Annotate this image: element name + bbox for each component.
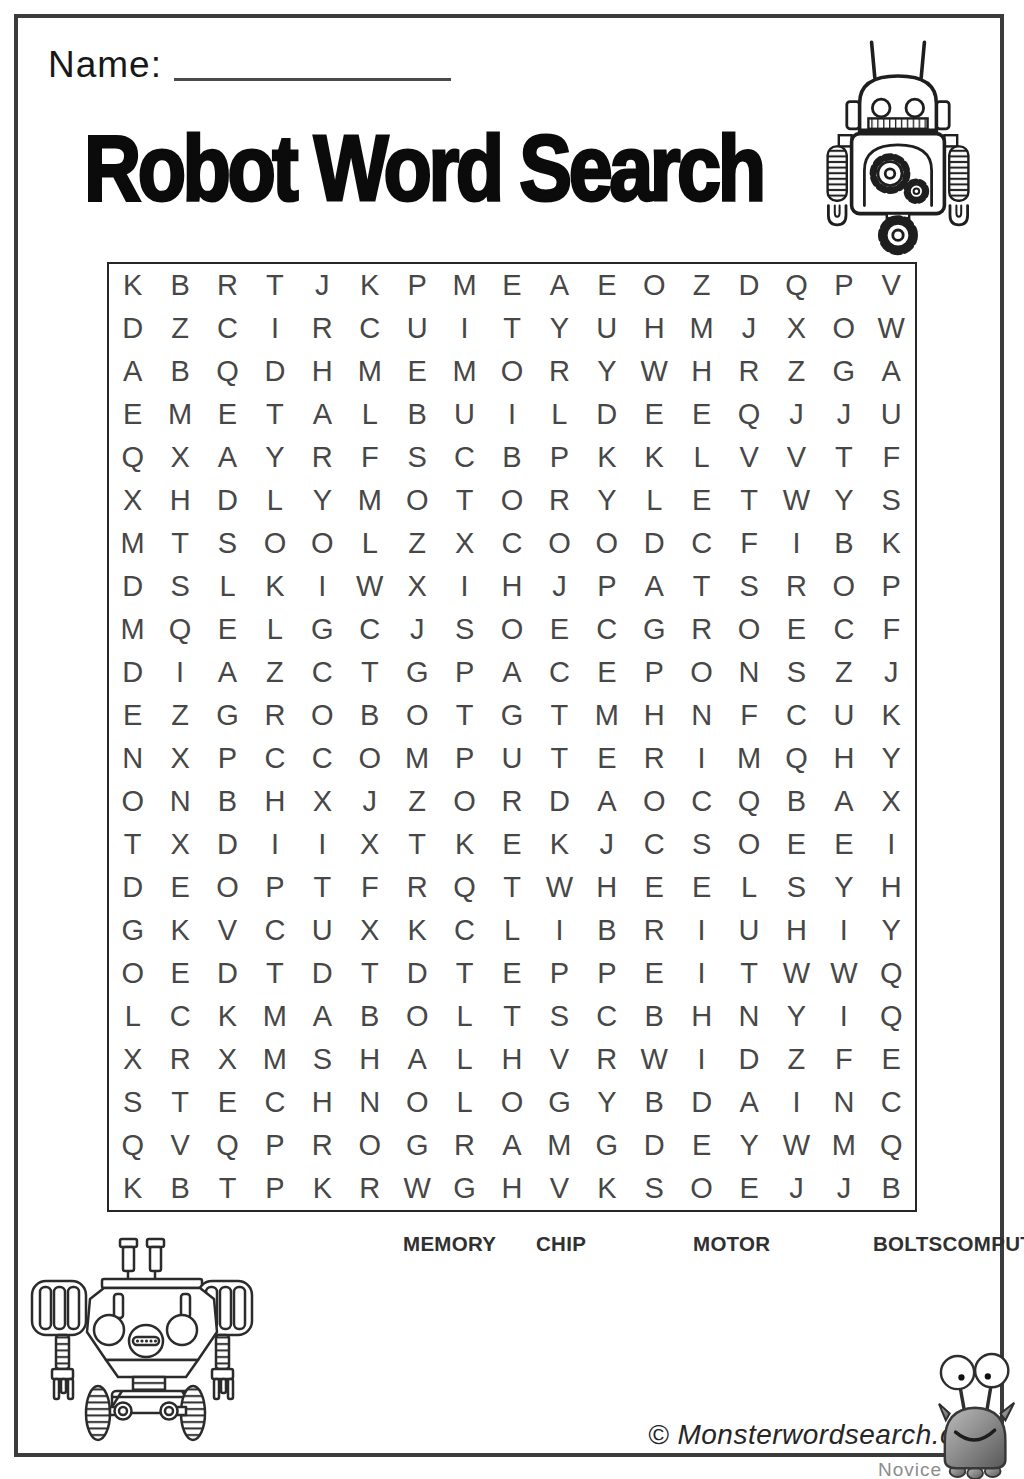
grid-cell-r17c11[interactable]: P — [583, 952, 630, 995]
grid-cell-r16c1[interactable]: G — [109, 909, 156, 952]
grid-cell-r19c10[interactable]: V — [536, 1038, 583, 1081]
grid-cell-r9c2[interactable]: Q — [156, 608, 203, 651]
grid-cell-r4c9[interactable]: I — [488, 393, 535, 436]
grid-cell-r7c5[interactable]: O — [299, 522, 346, 565]
grid-cell-r13c11[interactable]: A — [583, 780, 630, 823]
grid-cell-r8c15[interactable]: R — [773, 565, 820, 608]
grid-cell-r22c9[interactable]: H — [488, 1167, 535, 1210]
grid-cell-r15c12[interactable]: E — [631, 866, 678, 909]
grid-cell-r3c13[interactable]: H — [678, 350, 725, 393]
grid-cell-r16c17[interactable]: Y — [868, 909, 915, 952]
grid-cell-r22c12[interactable]: S — [631, 1167, 678, 1210]
grid-cell-r21c16[interactable]: M — [820, 1124, 867, 1167]
grid-cell-r17c16[interactable]: W — [820, 952, 867, 995]
grid-cell-r22c7[interactable]: W — [393, 1167, 440, 1210]
grid-cell-r20c11[interactable]: Y — [583, 1081, 630, 1124]
grid-cell-r15c9[interactable]: T — [488, 866, 535, 909]
grid-cell-r16c5[interactable]: U — [299, 909, 346, 952]
grid-cell-r20c2[interactable]: T — [156, 1081, 203, 1124]
grid-cell-r20c8[interactable]: L — [441, 1081, 488, 1124]
grid-cell-r6c10[interactable]: R — [536, 479, 583, 522]
grid-cell-r16c3[interactable]: V — [204, 909, 251, 952]
grid-cell-r18c14[interactable]: N — [725, 995, 772, 1038]
grid-cell-r7c13[interactable]: C — [678, 522, 725, 565]
grid-cell-r21c11[interactable]: G — [583, 1124, 630, 1167]
grid-cell-r18c7[interactable]: O — [393, 995, 440, 1038]
grid-cell-r6c15[interactable]: W — [773, 479, 820, 522]
grid-cell-r8c7[interactable]: X — [393, 565, 440, 608]
grid-cell-r13c17[interactable]: X — [868, 780, 915, 823]
grid-cell-r8c3[interactable]: L — [204, 565, 251, 608]
grid-cell-r6c11[interactable]: Y — [583, 479, 630, 522]
grid-cell-r7c9[interactable]: C — [488, 522, 535, 565]
grid-cell-r14c10[interactable]: K — [536, 823, 583, 866]
grid-cell-r17c13[interactable]: I — [678, 952, 725, 995]
grid-cell-r3c3[interactable]: Q — [204, 350, 251, 393]
grid-cell-r20c6[interactable]: N — [346, 1081, 393, 1124]
grid-cell-r8c11[interactable]: P — [583, 565, 630, 608]
grid-cell-r2c13[interactable]: M — [678, 307, 725, 350]
grid-cell-r6c6[interactable]: M — [346, 479, 393, 522]
grid-cell-r11c12[interactable]: H — [631, 694, 678, 737]
grid-cell-r5c6[interactable]: F — [346, 436, 393, 479]
grid-cell-r19c3[interactable]: X — [204, 1038, 251, 1081]
grid-cell-r5c12[interactable]: K — [631, 436, 678, 479]
grid-cell-r7c7[interactable]: Z — [393, 522, 440, 565]
grid-cell-r2c17[interactable]: W — [868, 307, 915, 350]
grid-cell-r10c8[interactable]: P — [441, 651, 488, 694]
grid-cell-r17c17[interactable]: Q — [868, 952, 915, 995]
grid-cell-r21c9[interactable]: A — [488, 1124, 535, 1167]
grid-cell-r1c14[interactable]: D — [725, 264, 772, 307]
grid-cell-r7c16[interactable]: B — [820, 522, 867, 565]
grid-cell-r20c5[interactable]: H — [299, 1081, 346, 1124]
grid-cell-r11c17[interactable]: K — [868, 694, 915, 737]
grid-cell-r21c7[interactable]: G — [393, 1124, 440, 1167]
grid-cell-r2c5[interactable]: R — [299, 307, 346, 350]
grid-cell-r19c5[interactable]: S — [299, 1038, 346, 1081]
grid-cell-r10c16[interactable]: Z — [820, 651, 867, 694]
grid-cell-r21c3[interactable]: Q — [204, 1124, 251, 1167]
grid-cell-r1c5[interactable]: J — [299, 264, 346, 307]
grid-cell-r7c15[interactable]: I — [773, 522, 820, 565]
grid-cell-r5c14[interactable]: V — [725, 436, 772, 479]
grid-cell-r19c2[interactable]: R — [156, 1038, 203, 1081]
grid-cell-r1c12[interactable]: O — [631, 264, 678, 307]
grid-cell-r13c6[interactable]: J — [346, 780, 393, 823]
grid-cell-r11c10[interactable]: T — [536, 694, 583, 737]
grid-cell-r13c12[interactable]: O — [631, 780, 678, 823]
grid-cell-r7c14[interactable]: F — [725, 522, 772, 565]
grid-cell-r10c1[interactable]: D — [109, 651, 156, 694]
grid-cell-r13c10[interactable]: D — [536, 780, 583, 823]
grid-cell-r18c4[interactable]: M — [251, 995, 298, 1038]
grid-cell-r9c7[interactable]: J — [393, 608, 440, 651]
grid-cell-r1c13[interactable]: Z — [678, 264, 725, 307]
grid-cell-r20c1[interactable]: S — [109, 1081, 156, 1124]
grid-cell-r21c2[interactable]: V — [156, 1124, 203, 1167]
grid-cell-r15c7[interactable]: R — [393, 866, 440, 909]
grid-cell-r11c9[interactable]: G — [488, 694, 535, 737]
grid-cell-r18c6[interactable]: B — [346, 995, 393, 1038]
grid-cell-r17c3[interactable]: D — [204, 952, 251, 995]
grid-cell-r22c10[interactable]: V — [536, 1167, 583, 1210]
grid-cell-r22c8[interactable]: G — [441, 1167, 488, 1210]
grid-cell-r15c5[interactable]: T — [299, 866, 346, 909]
grid-cell-r8c4[interactable]: K — [251, 565, 298, 608]
grid-cell-r16c6[interactable]: X — [346, 909, 393, 952]
grid-cell-r5c4[interactable]: Y — [251, 436, 298, 479]
grid-cell-r9c5[interactable]: G — [299, 608, 346, 651]
grid-cell-r9c3[interactable]: E — [204, 608, 251, 651]
grid-cell-r15c2[interactable]: E — [156, 866, 203, 909]
grid-cell-r21c6[interactable]: O — [346, 1124, 393, 1167]
grid-cell-r17c2[interactable]: E — [156, 952, 203, 995]
grid-cell-r19c7[interactable]: A — [393, 1038, 440, 1081]
grid-cell-r12c2[interactable]: X — [156, 737, 203, 780]
grid-cell-r11c13[interactable]: N — [678, 694, 725, 737]
grid-cell-r10c2[interactable]: I — [156, 651, 203, 694]
grid-cell-r2c14[interactable]: J — [725, 307, 772, 350]
grid-cell-r19c11[interactable]: R — [583, 1038, 630, 1081]
grid-cell-r10c3[interactable]: A — [204, 651, 251, 694]
grid-cell-r21c17[interactable]: Q — [868, 1124, 915, 1167]
grid-cell-r9c9[interactable]: O — [488, 608, 535, 651]
grid-cell-r5c9[interactable]: B — [488, 436, 535, 479]
grid-cell-r13c8[interactable]: O — [441, 780, 488, 823]
grid-cell-r5c11[interactable]: K — [583, 436, 630, 479]
grid-cell-r18c1[interactable]: L — [109, 995, 156, 1038]
grid-cell-r8c14[interactable]: S — [725, 565, 772, 608]
grid-cell-r21c1[interactable]: Q — [109, 1124, 156, 1167]
grid-cell-r20c12[interactable]: B — [631, 1081, 678, 1124]
grid-cell-r16c12[interactable]: R — [631, 909, 678, 952]
grid-cell-r1c3[interactable]: R — [204, 264, 251, 307]
grid-cell-r2c9[interactable]: T — [488, 307, 535, 350]
grid-cell-r10c4[interactable]: Z — [251, 651, 298, 694]
grid-cell-r14c6[interactable]: X — [346, 823, 393, 866]
grid-cell-r11c3[interactable]: G — [204, 694, 251, 737]
grid-cell-r12c15[interactable]: Q — [773, 737, 820, 780]
grid-cell-r9c8[interactable]: S — [441, 608, 488, 651]
grid-cell-r6c3[interactable]: D — [204, 479, 251, 522]
grid-cell-r16c13[interactable]: I — [678, 909, 725, 952]
grid-cell-r14c15[interactable]: E — [773, 823, 820, 866]
name-input-line[interactable] — [174, 77, 451, 81]
grid-cell-r4c1[interactable]: E — [109, 393, 156, 436]
grid-cell-r16c16[interactable]: I — [820, 909, 867, 952]
grid-cell-r4c5[interactable]: A — [299, 393, 346, 436]
grid-cell-r22c6[interactable]: R — [346, 1167, 393, 1210]
grid-cell-r17c5[interactable]: D — [299, 952, 346, 995]
grid-cell-r2c4[interactable]: I — [251, 307, 298, 350]
grid-cell-r14c5[interactable]: I — [299, 823, 346, 866]
grid-cell-r17c14[interactable]: T — [725, 952, 772, 995]
grid-cell-r4c11[interactable]: D — [583, 393, 630, 436]
grid-cell-r12c17[interactable]: Y — [868, 737, 915, 780]
grid-cell-r18c17[interactable]: Q — [868, 995, 915, 1038]
grid-cell-r9c17[interactable]: F — [868, 608, 915, 651]
grid-cell-r2c15[interactable]: X — [773, 307, 820, 350]
grid-cell-r17c4[interactable]: T — [251, 952, 298, 995]
grid-cell-r19c12[interactable]: W — [631, 1038, 678, 1081]
grid-cell-r8c5[interactable]: I — [299, 565, 346, 608]
grid-cell-r11c6[interactable]: B — [346, 694, 393, 737]
grid-cell-r22c4[interactable]: P — [251, 1167, 298, 1210]
grid-cell-r11c2[interactable]: Z — [156, 694, 203, 737]
grid-cell-r16c14[interactable]: U — [725, 909, 772, 952]
grid-cell-r6c12[interactable]: L — [631, 479, 678, 522]
grid-cell-r7c6[interactable]: L — [346, 522, 393, 565]
grid-cell-r8c9[interactable]: H — [488, 565, 535, 608]
grid-cell-r18c15[interactable]: Y — [773, 995, 820, 1038]
grid-cell-r19c1[interactable]: X — [109, 1038, 156, 1081]
grid-cell-r11c14[interactable]: F — [725, 694, 772, 737]
grid-cell-r18c11[interactable]: C — [583, 995, 630, 1038]
grid-cell-r6c7[interactable]: O — [393, 479, 440, 522]
grid-cell-r8c8[interactable]: I — [441, 565, 488, 608]
grid-cell-r5c8[interactable]: C — [441, 436, 488, 479]
grid-cell-r3c7[interactable]: E — [393, 350, 440, 393]
grid-cell-r14c11[interactable]: J — [583, 823, 630, 866]
grid-cell-r4c2[interactable]: M — [156, 393, 203, 436]
grid-cell-r5c10[interactable]: P — [536, 436, 583, 479]
grid-cell-r15c17[interactable]: H — [868, 866, 915, 909]
grid-cell-r14c8[interactable]: K — [441, 823, 488, 866]
grid-cell-r12c16[interactable]: H — [820, 737, 867, 780]
grid-cell-r14c14[interactable]: O — [725, 823, 772, 866]
grid-cell-r19c17[interactable]: E — [868, 1038, 915, 1081]
grid-cell-r10c5[interactable]: C — [299, 651, 346, 694]
grid-cell-r10c10[interactable]: C — [536, 651, 583, 694]
grid-cell-r2c11[interactable]: U — [583, 307, 630, 350]
grid-cell-r12c11[interactable]: E — [583, 737, 630, 780]
grid-cell-r4c15[interactable]: J — [773, 393, 820, 436]
grid-cell-r17c8[interactable]: T — [441, 952, 488, 995]
grid-cell-r12c5[interactable]: C — [299, 737, 346, 780]
grid-cell-r7c11[interactable]: O — [583, 522, 630, 565]
grid-cell-r9c11[interactable]: C — [583, 608, 630, 651]
grid-cell-r17c1[interactable]: O — [109, 952, 156, 995]
grid-cell-r10c15[interactable]: S — [773, 651, 820, 694]
grid-cell-r2c1[interactable]: D — [109, 307, 156, 350]
grid-cell-r20c16[interactable]: N — [820, 1081, 867, 1124]
grid-cell-r13c9[interactable]: R — [488, 780, 535, 823]
grid-cell-r17c15[interactable]: W — [773, 952, 820, 995]
grid-cell-r10c9[interactable]: A — [488, 651, 535, 694]
grid-cell-r3c15[interactable]: Z — [773, 350, 820, 393]
grid-cell-r18c13[interactable]: H — [678, 995, 725, 1038]
grid-cell-r5c15[interactable]: V — [773, 436, 820, 479]
grid-cell-r4c17[interactable]: U — [868, 393, 915, 436]
grid-cell-r20c3[interactable]: E — [204, 1081, 251, 1124]
grid-cell-r19c9[interactable]: H — [488, 1038, 535, 1081]
grid-cell-r18c8[interactable]: L — [441, 995, 488, 1038]
grid-cell-r1c16[interactable]: P — [820, 264, 867, 307]
grid-cell-r7c12[interactable]: D — [631, 522, 678, 565]
grid-cell-r3c9[interactable]: O — [488, 350, 535, 393]
grid-cell-r20c9[interactable]: O — [488, 1081, 535, 1124]
grid-cell-r18c5[interactable]: A — [299, 995, 346, 1038]
grid-cell-r1c1[interactable]: K — [109, 264, 156, 307]
grid-cell-r2c2[interactable]: Z — [156, 307, 203, 350]
grid-cell-r8c13[interactable]: T — [678, 565, 725, 608]
grid-cell-r1c6[interactable]: K — [346, 264, 393, 307]
grid-cell-r13c13[interactable]: C — [678, 780, 725, 823]
grid-cell-r11c8[interactable]: T — [441, 694, 488, 737]
grid-cell-r22c11[interactable]: K — [583, 1167, 630, 1210]
grid-cell-r18c9[interactable]: T — [488, 995, 535, 1038]
grid-cell-r3c2[interactable]: B — [156, 350, 203, 393]
grid-cell-r20c13[interactable]: D — [678, 1081, 725, 1124]
grid-cell-r7c1[interactable]: M — [109, 522, 156, 565]
grid-cell-r15c8[interactable]: Q — [441, 866, 488, 909]
grid-cell-r3c14[interactable]: R — [725, 350, 772, 393]
grid-cell-r4c8[interactable]: U — [441, 393, 488, 436]
grid-cell-r21c13[interactable]: E — [678, 1124, 725, 1167]
grid-cell-r22c14[interactable]: E — [725, 1167, 772, 1210]
grid-cell-r6c13[interactable]: E — [678, 479, 725, 522]
grid-cell-r4c16[interactable]: J — [820, 393, 867, 436]
grid-cell-r2c6[interactable]: C — [346, 307, 393, 350]
grid-cell-r12c4[interactable]: C — [251, 737, 298, 780]
grid-cell-r17c6[interactable]: T — [346, 952, 393, 995]
grid-cell-r9c14[interactable]: O — [725, 608, 772, 651]
grid-cell-r17c12[interactable]: E — [631, 952, 678, 995]
grid-cell-r22c2[interactable]: B — [156, 1167, 203, 1210]
grid-cell-r22c15[interactable]: J — [773, 1167, 820, 1210]
grid-cell-r16c7[interactable]: K — [393, 909, 440, 952]
grid-cell-r13c2[interactable]: N — [156, 780, 203, 823]
grid-cell-r14c7[interactable]: T — [393, 823, 440, 866]
grid-cell-r18c16[interactable]: I — [820, 995, 867, 1038]
grid-cell-r20c7[interactable]: O — [393, 1081, 440, 1124]
grid-cell-r4c14[interactable]: Q — [725, 393, 772, 436]
grid-cell-r2c3[interactable]: C — [204, 307, 251, 350]
grid-cell-r13c15[interactable]: B — [773, 780, 820, 823]
grid-cell-r22c17[interactable]: B — [868, 1167, 915, 1210]
grid-cell-r19c14[interactable]: D — [725, 1038, 772, 1081]
grid-cell-r19c6[interactable]: H — [346, 1038, 393, 1081]
grid-cell-r14c17[interactable]: I — [868, 823, 915, 866]
grid-cell-r13c14[interactable]: Q — [725, 780, 772, 823]
grid-cell-r17c9[interactable]: E — [488, 952, 535, 995]
grid-cell-r11c1[interactable]: E — [109, 694, 156, 737]
grid-cell-r12c3[interactable]: P — [204, 737, 251, 780]
grid-cell-r15c4[interactable]: P — [251, 866, 298, 909]
grid-cell-r7c2[interactable]: T — [156, 522, 203, 565]
grid-cell-r3c10[interactable]: R — [536, 350, 583, 393]
grid-cell-r9c10[interactable]: E — [536, 608, 583, 651]
grid-cell-r13c3[interactable]: B — [204, 780, 251, 823]
grid-cell-r10c14[interactable]: N — [725, 651, 772, 694]
grid-cell-r10c11[interactable]: E — [583, 651, 630, 694]
grid-cell-r5c3[interactable]: A — [204, 436, 251, 479]
grid-cell-r12c1[interactable]: N — [109, 737, 156, 780]
grid-cell-r18c3[interactable]: K — [204, 995, 251, 1038]
grid-cell-r15c10[interactable]: W — [536, 866, 583, 909]
grid-cell-r6c14[interactable]: T — [725, 479, 772, 522]
grid-cell-r12c6[interactable]: O — [346, 737, 393, 780]
grid-cell-r17c10[interactable]: P — [536, 952, 583, 995]
grid-cell-r4c10[interactable]: L — [536, 393, 583, 436]
grid-cell-r8c1[interactable]: D — [109, 565, 156, 608]
grid-cell-r11c11[interactable]: M — [583, 694, 630, 737]
grid-cell-r5c16[interactable]: T — [820, 436, 867, 479]
grid-cell-r15c3[interactable]: O — [204, 866, 251, 909]
grid-cell-r20c17[interactable]: C — [868, 1081, 915, 1124]
grid-cell-r1c2[interactable]: B — [156, 264, 203, 307]
grid-cell-r6c2[interactable]: H — [156, 479, 203, 522]
grid-cell-r4c6[interactable]: L — [346, 393, 393, 436]
grid-cell-r5c7[interactable]: S — [393, 436, 440, 479]
grid-cell-r1c11[interactable]: E — [583, 264, 630, 307]
grid-cell-r8c12[interactable]: A — [631, 565, 678, 608]
grid-cell-r10c17[interactable]: J — [868, 651, 915, 694]
grid-cell-r1c7[interactable]: P — [393, 264, 440, 307]
grid-cell-r20c10[interactable]: G — [536, 1081, 583, 1124]
grid-cell-r16c11[interactable]: B — [583, 909, 630, 952]
grid-cell-r8c10[interactable]: J — [536, 565, 583, 608]
grid-cell-r15c16[interactable]: Y — [820, 866, 867, 909]
grid-cell-r14c1[interactable]: T — [109, 823, 156, 866]
grid-cell-r10c12[interactable]: P — [631, 651, 678, 694]
grid-cell-r1c10[interactable]: A — [536, 264, 583, 307]
grid-cell-r12c12[interactable]: R — [631, 737, 678, 780]
grid-cell-r16c2[interactable]: K — [156, 909, 203, 952]
grid-cell-r7c17[interactable]: K — [868, 522, 915, 565]
grid-cell-r11c7[interactable]: O — [393, 694, 440, 737]
grid-cell-r13c1[interactable]: O — [109, 780, 156, 823]
grid-cell-r3c1[interactable]: A — [109, 350, 156, 393]
grid-cell-r1c15[interactable]: Q — [773, 264, 820, 307]
grid-cell-r19c8[interactable]: L — [441, 1038, 488, 1081]
grid-cell-r21c5[interactable]: R — [299, 1124, 346, 1167]
grid-cell-r16c4[interactable]: C — [251, 909, 298, 952]
grid-cell-r8c17[interactable]: P — [868, 565, 915, 608]
grid-cell-r13c7[interactable]: Z — [393, 780, 440, 823]
grid-cell-r12c7[interactable]: M — [393, 737, 440, 780]
grid-cell-r20c14[interactable]: A — [725, 1081, 772, 1124]
grid-cell-r11c15[interactable]: C — [773, 694, 820, 737]
grid-cell-r8c2[interactable]: S — [156, 565, 203, 608]
grid-cell-r6c9[interactable]: O — [488, 479, 535, 522]
grid-cell-r22c1[interactable]: K — [109, 1167, 156, 1210]
grid-cell-r1c4[interactable]: T — [251, 264, 298, 307]
grid-cell-r3c16[interactable]: G — [820, 350, 867, 393]
grid-cell-r12c14[interactable]: M — [725, 737, 772, 780]
grid-cell-r15c13[interactable]: E — [678, 866, 725, 909]
grid-cell-r2c8[interactable]: I — [441, 307, 488, 350]
grid-cell-r12c9[interactable]: U — [488, 737, 535, 780]
grid-cell-r9c4[interactable]: L — [251, 608, 298, 651]
grid-cell-r13c4[interactable]: H — [251, 780, 298, 823]
grid-cell-r3c11[interactable]: Y — [583, 350, 630, 393]
grid-cell-r4c12[interactable]: E — [631, 393, 678, 436]
grid-cell-r2c10[interactable]: Y — [536, 307, 583, 350]
grid-cell-r22c5[interactable]: K — [299, 1167, 346, 1210]
grid-cell-r8c16[interactable]: O — [820, 565, 867, 608]
grid-cell-r12c8[interactable]: P — [441, 737, 488, 780]
grid-cell-r20c15[interactable]: I — [773, 1081, 820, 1124]
grid-cell-r5c2[interactable]: X — [156, 436, 203, 479]
grid-cell-r14c4[interactable]: I — [251, 823, 298, 866]
grid-cell-r22c13[interactable]: O — [678, 1167, 725, 1210]
grid-cell-r5c5[interactable]: R — [299, 436, 346, 479]
grid-cell-r16c9[interactable]: L — [488, 909, 535, 952]
grid-cell-r12c10[interactable]: T — [536, 737, 583, 780]
grid-cell-r12c13[interactable]: I — [678, 737, 725, 780]
